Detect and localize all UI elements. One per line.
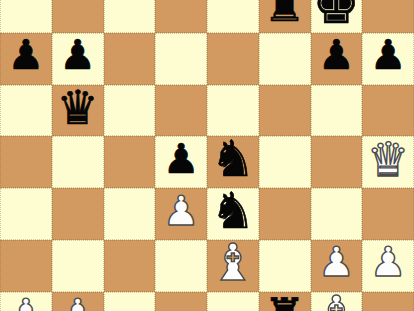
square-e4[interactable]: ♞ [207,188,259,240]
square-g7[interactable]: ♟ [311,33,363,85]
chess-board: ♜♚♟♟♟♟♛♟♞♛♟♞♝♟♟♟♟♜♝ [0,0,414,311]
square-a6[interactable] [0,85,52,137]
square-e5[interactable]: ♞ [207,136,259,188]
piece-black-king-g8[interactable]: ♚ [313,0,361,31]
square-c6[interactable] [104,85,156,137]
square-h2[interactable] [362,292,414,311]
square-f3[interactable] [259,240,311,292]
piece-white-queen-h5[interactable]: ♛ [367,136,409,183]
square-h7[interactable]: ♟ [362,33,414,85]
square-f8[interactable]: ♜ [259,0,311,33]
square-d6[interactable] [155,85,207,137]
piece-white-bishop-g2[interactable]: ♝ [314,289,360,311]
square-a2[interactable]: ♟ [0,292,52,311]
square-b3[interactable] [52,240,104,292]
piece-white-pawn-h3[interactable]: ♟ [370,242,407,283]
square-c2[interactable] [104,292,156,311]
square-a8[interactable] [0,0,52,33]
square-g4[interactable] [311,188,363,240]
square-e3[interactable]: ♝ [207,240,259,292]
square-c7[interactable] [104,33,156,85]
square-c3[interactable] [104,240,156,292]
square-a5[interactable] [0,136,52,188]
piece-black-pawn-b7[interactable]: ♟ [59,35,96,76]
piece-black-pawn-a7[interactable]: ♟ [7,35,44,76]
piece-black-knight-e4[interactable]: ♞ [210,186,255,236]
piece-black-pawn-d5[interactable]: ♟ [163,139,200,180]
square-d2[interactable] [155,292,207,311]
square-d8[interactable] [155,0,207,33]
piece-white-pawn-g3[interactable]: ♟ [318,242,355,283]
piece-white-pawn-b2[interactable]: ♟ [59,294,96,311]
square-f4[interactable] [259,188,311,240]
square-d5[interactable]: ♟ [155,136,207,188]
square-b5[interactable] [52,136,104,188]
square-e6[interactable] [207,85,259,137]
piece-white-pawn-a2[interactable]: ♟ [7,294,44,311]
square-b8[interactable] [52,0,104,33]
piece-black-queen-b6[interactable]: ♛ [57,84,99,131]
square-e2[interactable] [207,292,259,311]
square-e8[interactable] [207,0,259,33]
square-g2[interactable]: ♝ [311,292,363,311]
square-a3[interactable] [0,240,52,292]
square-d3[interactable] [155,240,207,292]
square-f7[interactable] [259,33,311,85]
square-c8[interactable] [104,0,156,33]
piece-white-bishop-e3[interactable]: ♝ [210,237,256,288]
square-f5[interactable] [259,136,311,188]
square-g6[interactable] [311,85,363,137]
square-h8[interactable] [362,0,414,33]
square-f6[interactable] [259,85,311,137]
square-a7[interactable]: ♟ [0,33,52,85]
piece-black-pawn-h7[interactable]: ♟ [370,35,407,76]
square-d7[interactable] [155,33,207,85]
square-e7[interactable] [207,33,259,85]
square-h5[interactable]: ♛ [362,136,414,188]
square-d4[interactable]: ♟ [155,188,207,240]
square-g3[interactable]: ♟ [311,240,363,292]
square-h6[interactable] [362,85,414,137]
square-c4[interactable] [104,188,156,240]
square-f2[interactable]: ♜ [259,292,311,311]
square-b4[interactable] [52,188,104,240]
square-g5[interactable] [311,136,363,188]
piece-black-knight-e5[interactable]: ♞ [210,134,255,184]
piece-black-rook-f8[interactable]: ♜ [263,0,306,28]
square-b6[interactable]: ♛ [52,85,104,137]
square-h4[interactable] [362,188,414,240]
square-b2[interactable]: ♟ [52,292,104,311]
square-h3[interactable]: ♟ [362,240,414,292]
piece-black-rook-f2[interactable]: ♜ [263,291,306,311]
piece-black-pawn-g7[interactable]: ♟ [318,35,355,76]
square-b7[interactable]: ♟ [52,33,104,85]
square-g8[interactable]: ♚ [311,0,363,33]
chess-diagram: ♜♚♟♟♟♟♛♟♞♛♟♞♝♟♟♟♟♜♝ [0,0,414,311]
piece-white-pawn-d4[interactable]: ♟ [163,191,200,232]
square-c5[interactable] [104,136,156,188]
square-a4[interactable] [0,188,52,240]
